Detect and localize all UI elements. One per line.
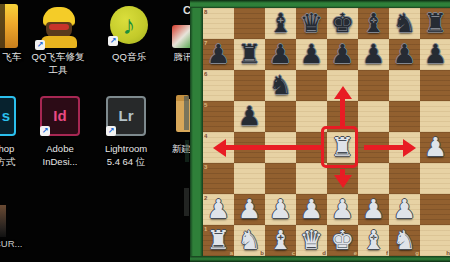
white-pawn[interactable]: ♟ — [265, 194, 296, 225]
square-b4[interactable] — [234, 132, 265, 163]
square-h2[interactable] — [420, 194, 450, 225]
white-king[interactable]: ♚ — [327, 225, 358, 256]
black-rook[interactable]: ♜ — [420, 8, 450, 39]
rank-label: 5 — [204, 102, 207, 108]
white-knight[interactable]: ♞ — [234, 225, 265, 256]
rank-label: 6 — [204, 71, 207, 77]
lightroom-label-1[interactable]: Lightroom — [91, 143, 161, 155]
black-pawn[interactable]: ♟ — [234, 101, 265, 132]
square-b8[interactable] — [234, 8, 265, 39]
square-d5[interactable] — [296, 101, 327, 132]
rank-label: 8 — [204, 9, 207, 15]
qq-music-label[interactable]: QQ音乐 — [94, 51, 164, 63]
square-g1[interactable]: g♞ — [389, 225, 420, 256]
square-d3[interactable] — [296, 163, 327, 194]
square-f4[interactable] — [358, 132, 389, 163]
square-e1[interactable]: e♚ — [327, 225, 358, 256]
white-pawn[interactable]: ♟ — [234, 194, 265, 225]
square-c8[interactable]: ♝ — [265, 8, 296, 39]
white-pawn[interactable]: ♟ — [296, 194, 327, 225]
window-border-top — [190, 0, 450, 8]
lightroom-icon[interactable]: Lr ↗ — [106, 96, 146, 136]
white-bishop[interactable]: ♝ — [358, 225, 389, 256]
shortcut-arrow-icon: ↗ — [108, 36, 118, 46]
square-f8[interactable]: ♝ — [358, 8, 389, 39]
white-pawn[interactable]: ♟ — [203, 194, 234, 225]
lightroom-letters: Lr — [119, 107, 134, 124]
square-d4[interactable] — [296, 132, 327, 163]
icon-detail — [0, 4, 5, 48]
square-g5[interactable] — [389, 101, 420, 132]
white-bishop[interactable]: ♝ — [265, 225, 296, 256]
music-note-icon: ♪ — [123, 10, 136, 40]
white-pawn[interactable]: ♟ — [358, 194, 389, 225]
black-knight[interactable]: ♞ — [389, 8, 420, 39]
square-b3[interactable] — [234, 163, 265, 194]
square-c2[interactable]: ♟ — [265, 194, 296, 225]
shortcut-arrow-icon: ↗ — [35, 40, 45, 50]
square-a1[interactable]: 1a♜ — [203, 225, 234, 256]
white-pawn[interactable]: ♟ — [327, 194, 358, 225]
black-king[interactable]: ♚ — [327, 8, 358, 39]
black-pawn[interactable]: ♟ — [420, 39, 450, 70]
square-f1[interactable]: f♝ — [358, 225, 389, 256]
square-g7[interactable]: ♟ — [389, 39, 420, 70]
square-e8[interactable]: ♚ — [327, 8, 358, 39]
desktop-icon-fragment — [184, 188, 189, 216]
black-pawn[interactable]: ♟ — [358, 39, 389, 70]
square-g4[interactable] — [389, 132, 420, 163]
square-b6[interactable] — [234, 70, 265, 101]
white-pawn[interactable]: ♟ — [420, 132, 450, 163]
square-c3[interactable] — [265, 163, 296, 194]
lightroom-label-2[interactable]: 5.4 64 位 — [91, 156, 161, 168]
white-knight[interactable]: ♞ — [389, 225, 420, 256]
square-f5[interactable] — [358, 101, 389, 132]
white-rook[interactable]: ♜ — [203, 225, 234, 256]
square-b5[interactable]: ♟ — [234, 101, 265, 132]
square-e3[interactable] — [327, 163, 358, 194]
square-a5[interactable]: 5 — [203, 101, 234, 132]
square-b7[interactable]: ♜ — [234, 39, 265, 70]
square-f2[interactable]: ♟ — [358, 194, 389, 225]
square-h8[interactable]: ♜ — [420, 8, 450, 39]
window-border-bottom — [190, 256, 450, 262]
rank-label: 3 — [204, 164, 207, 170]
desktop-screen: 飞车 ↗ QQ飞车修复 工具 ♪ ↗ QQ音乐 腾讯 C s shop 方式 I… — [0, 0, 450, 262]
square-h7[interactable]: ♟ — [420, 39, 450, 70]
qq-speed-repair-label-2[interactable]: 工具 — [23, 64, 93, 76]
square-b1[interactable]: b♞ — [234, 225, 265, 256]
square-f6[interactable] — [358, 70, 389, 101]
square-b2[interactable]: ♟ — [234, 194, 265, 225]
square-a6[interactable]: 6 — [203, 70, 234, 101]
photoshop-letter: s — [2, 107, 10, 124]
square-h4[interactable]: ♟ — [420, 132, 450, 163]
chess-board[interactable]: 8♝♛♚♝♞♜7♟♜♟♟♟♟♟♟6♞5♟4♜♟32♟♟♟♟♟♟♟1a♜b♞c♝d… — [203, 8, 450, 256]
square-d6[interactable] — [296, 70, 327, 101]
black-pawn[interactable]: ♟ — [389, 39, 420, 70]
square-h3[interactable] — [420, 163, 450, 194]
square-h6[interactable] — [420, 70, 450, 101]
square-c4[interactable] — [265, 132, 296, 163]
square-d1[interactable]: d♛ — [296, 225, 327, 256]
square-a7[interactable]: 7♟ — [203, 39, 234, 70]
square-a3[interactable]: 3 — [203, 163, 234, 194]
square-c5[interactable] — [265, 101, 296, 132]
black-pawn[interactable]: ♟ — [265, 39, 296, 70]
square-d2[interactable]: ♟ — [296, 194, 327, 225]
square-e6[interactable] — [327, 70, 358, 101]
qq-speed-game-icon[interactable] — [0, 4, 18, 48]
black-bishop[interactable]: ♝ — [358, 8, 389, 39]
square-c6[interactable]: ♞ — [265, 70, 296, 101]
square-c7[interactable]: ♟ — [265, 39, 296, 70]
qq-speed-repair-label-1[interactable]: QQ飞车修复 — [23, 51, 93, 63]
white-pawn[interactable]: ♟ — [389, 194, 420, 225]
square-e4[interactable]: ♜ — [327, 132, 358, 163]
square-d7[interactable]: ♟ — [296, 39, 327, 70]
square-g3[interactable] — [389, 163, 420, 194]
black-queen[interactable]: ♛ — [296, 8, 327, 39]
square-h1[interactable]: h — [420, 225, 450, 256]
black-knight[interactable]: ♞ — [265, 70, 296, 101]
black-bishop[interactable]: ♝ — [265, 8, 296, 39]
indesign-label-2[interactable]: InDesi... — [25, 156, 95, 168]
square-e2[interactable]: ♟ — [327, 194, 358, 225]
square-a4[interactable]: 4 — [203, 132, 234, 163]
square-c1[interactable]: c♝ — [265, 225, 296, 256]
indesign-letters: Id — [53, 107, 66, 124]
square-e5[interactable] — [327, 101, 358, 132]
desktop-icon-fragment — [184, 96, 189, 130]
black-pawn[interactable]: ♟ — [203, 39, 234, 70]
black-pawn[interactable]: ♟ — [296, 39, 327, 70]
icon-detail — [41, 36, 77, 48]
square-h5[interactable] — [420, 101, 450, 132]
icon-detail — [49, 24, 69, 30]
shortcut-arrow-icon: ↗ — [106, 126, 116, 136]
square-d8[interactable]: ♛ — [296, 8, 327, 39]
white-queen[interactable]: ♛ — [296, 225, 327, 256]
cut-desktop-icon-label[interactable]: CUR... — [0, 238, 34, 250]
white-rook[interactable]: ♜ — [327, 132, 358, 163]
cut-desktop-icon[interactable] — [0, 205, 6, 237]
shortcut-arrow-icon: ↗ — [40, 126, 50, 136]
square-a2[interactable]: 2♟ — [203, 194, 234, 225]
black-pawn[interactable]: ♟ — [327, 39, 358, 70]
square-a8[interactable]: 8 — [203, 8, 234, 39]
square-g2[interactable]: ♟ — [389, 194, 420, 225]
indesign-icon[interactable]: Id ↗ — [40, 96, 80, 136]
desktop-icon-fragment — [185, 140, 189, 162]
square-f7[interactable]: ♟ — [358, 39, 389, 70]
photoshop-label-2[interactable]: 方式 — [0, 156, 28, 168]
qq-speed-repair-icon[interactable]: ↗ — [37, 5, 81, 48]
square-e7[interactable]: ♟ — [327, 39, 358, 70]
rank-label: 4 — [204, 133, 207, 139]
square-g8[interactable]: ♞ — [389, 8, 420, 39]
indesign-label-1[interactable]: Adobe — [25, 143, 95, 155]
black-rook[interactable]: ♜ — [234, 39, 265, 70]
square-g6[interactable] — [389, 70, 420, 101]
chess-app-window: 8♝♛♚♝♞♜7♟♜♟♟♟♟♟♟6♞5♟4♜♟32♟♟♟♟♟♟♟1a♜b♞c♝d… — [190, 0, 450, 262]
photoshop-icon[interactable]: s — [0, 96, 16, 136]
square-f3[interactable] — [358, 163, 389, 194]
qq-music-icon[interactable]: ♪ ↗ — [110, 6, 148, 44]
